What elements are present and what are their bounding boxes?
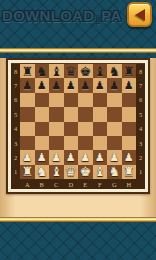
square-d2[interactable]: ♟	[64, 150, 79, 164]
black-king: ♚	[79, 65, 91, 78]
file-label-a: A	[20, 181, 35, 188]
rank-label-5: 5	[11, 107, 20, 121]
file-label-h: H	[122, 181, 137, 188]
download-arrow-icon: ↓	[94, 11, 101, 26]
square-f2[interactable]: ♟	[93, 150, 108, 164]
rank-label-3: 3	[11, 136, 20, 150]
square-h7[interactable]: ♟	[122, 78, 137, 92]
black-knight: ♞	[36, 65, 48, 78]
black-pawn: ♟	[51, 80, 61, 91]
white-rook: ♜	[21, 165, 33, 178]
download-text-partial: PA	[101, 7, 121, 24]
square-b1[interactable]: ♞	[35, 165, 50, 179]
white-knight: ♞	[108, 165, 120, 178]
rank-label-7: 7	[11, 78, 20, 92]
square-b6[interactable]	[35, 93, 50, 107]
black-pawn: ♟	[37, 80, 47, 91]
square-a4[interactable]	[20, 122, 35, 136]
white-pawn: ♟	[51, 152, 61, 163]
file-label-f: F	[93, 181, 108, 188]
black-pawn: ♟	[66, 80, 76, 91]
white-king: ♚	[79, 165, 91, 178]
square-e4[interactable]	[78, 122, 93, 136]
file-label-e: E	[78, 181, 93, 188]
download-banner: DOWNLOAD↓PA	[0, 0, 156, 48]
square-e5[interactable]	[78, 107, 93, 121]
square-a8[interactable]: ♜	[20, 64, 35, 78]
square-h4[interactable]	[122, 122, 137, 136]
rank-label-8: 8	[11, 64, 20, 78]
square-c1[interactable]: ♝	[49, 165, 64, 179]
square-g4[interactable]	[107, 122, 122, 136]
square-e1[interactable]: ♚	[78, 165, 93, 179]
white-pawn: ♟	[66, 152, 76, 163]
square-d1[interactable]: ♛	[64, 165, 79, 179]
square-g3[interactable]	[107, 136, 122, 150]
square-a6[interactable]	[20, 93, 35, 107]
square-g8[interactable]: ♞	[107, 64, 122, 78]
black-pawn: ♟	[109, 80, 119, 91]
file-label-g: G	[107, 181, 122, 188]
board-squares: ♜♞♝♛♚♝♞♜♟♟♟♟♟♟♟♟♟♟♟♟♟♟♟♟♜♞♝♛♚♝♞♜	[20, 64, 136, 179]
rank-label-4: 4	[11, 122, 20, 136]
white-pawn: ♟	[124, 152, 134, 163]
square-c3[interactable]	[49, 136, 64, 150]
black-rook: ♜	[21, 65, 33, 78]
square-f6[interactable]	[93, 93, 108, 107]
rank-label-1: 1	[11, 165, 20, 179]
black-queen: ♛	[65, 65, 77, 78]
black-knight: ♞	[108, 65, 120, 78]
square-b5[interactable]	[35, 107, 50, 121]
square-d7[interactable]: ♟	[64, 78, 79, 92]
square-d3[interactable]	[64, 136, 79, 150]
square-g2[interactable]: ♟	[107, 150, 122, 164]
square-b8[interactable]: ♞	[35, 64, 50, 78]
file-label-c: C	[49, 181, 64, 188]
square-a7[interactable]: ♟	[20, 78, 35, 92]
square-h5[interactable]	[122, 107, 137, 121]
rank-label-8: 8	[136, 64, 145, 78]
black-pawn: ♟	[22, 80, 32, 91]
square-c6[interactable]	[49, 93, 64, 107]
square-c7[interactable]: ♟	[49, 78, 64, 92]
black-pawn: ♟	[80, 80, 90, 91]
download-text: DOWNLOAD	[2, 7, 94, 24]
rank-label-6: 6	[136, 93, 145, 107]
square-f8[interactable]: ♝	[93, 64, 108, 78]
board-middle: 87654321 ♜♞♝♛♚♝♞♜♟♟♟♟♟♟♟♟♟♟♟♟♟♟♟♟♜♞♝♛♚♝♞…	[11, 63, 145, 179]
wooden-frame: 87654321 ♜♞♝♛♚♝♞♜♟♟♟♟♟♟♟♟♟♟♟♟♟♟♟♟♜♞♝♛♚♝♞…	[0, 58, 156, 217]
square-g6[interactable]	[107, 93, 122, 107]
rank-label-6: 6	[11, 93, 20, 107]
download-banner-text: DOWNLOAD↓PA	[2, 7, 122, 24]
black-pawn: ♟	[124, 80, 134, 91]
white-pawn: ♟	[37, 152, 47, 163]
square-f4[interactable]	[93, 122, 108, 136]
square-f3[interactable]	[93, 136, 108, 150]
back-arrow-icon	[135, 9, 145, 21]
square-b7[interactable]: ♟	[35, 78, 50, 92]
white-pawn: ♟	[95, 152, 105, 163]
square-e7[interactable]: ♟	[78, 78, 93, 92]
square-f7[interactable]: ♟	[93, 78, 108, 92]
app-screen: DOWNLOAD↓PA 87654321 ♜♞♝♛♚♝♞♜♟♟♟♟♟♟♟♟♟♟♟…	[0, 0, 156, 260]
white-queen: ♛	[65, 165, 77, 178]
rank-labels-right: 87654321	[136, 64, 145, 179]
black-bishop: ♝	[94, 65, 106, 78]
square-c2[interactable]: ♟	[49, 150, 64, 164]
rank-label-5: 5	[136, 107, 145, 121]
square-f1[interactable]: ♝	[93, 165, 108, 179]
white-pawn: ♟	[22, 152, 32, 163]
square-b3[interactable]	[35, 136, 50, 150]
square-d4[interactable]	[64, 122, 79, 136]
back-button[interactable]	[127, 2, 152, 27]
square-a2[interactable]: ♟	[20, 150, 35, 164]
white-pawn: ♟	[109, 152, 119, 163]
rank-label-4: 4	[136, 122, 145, 136]
rank-label-1: 1	[136, 165, 145, 179]
square-b4[interactable]	[35, 122, 50, 136]
rank-label-2: 2	[11, 150, 20, 164]
gold-trim-top	[0, 48, 156, 53]
white-rook: ♜	[123, 165, 135, 178]
white-bishop: ♝	[94, 165, 106, 178]
rank-labels-left: 87654321	[11, 64, 20, 179]
square-h1[interactable]: ♜	[122, 165, 137, 179]
black-bishop: ♝	[50, 65, 62, 78]
white-knight: ♞	[36, 165, 48, 178]
square-d5[interactable]	[64, 107, 79, 121]
square-h6[interactable]	[122, 93, 137, 107]
white-bishop: ♝	[50, 165, 62, 178]
square-c4[interactable]	[49, 122, 64, 136]
square-a3[interactable]	[20, 136, 35, 150]
square-c5[interactable]	[49, 107, 64, 121]
square-d6[interactable]	[64, 93, 79, 107]
square-e8[interactable]: ♚	[78, 64, 93, 78]
square-h8[interactable]: ♜	[122, 64, 137, 78]
square-a1[interactable]: ♜	[20, 165, 35, 179]
square-g1[interactable]: ♞	[107, 165, 122, 179]
square-h2[interactable]: ♟	[122, 150, 137, 164]
white-pawn: ♟	[80, 152, 90, 163]
chess-board: 87654321 ♜♞♝♛♚♝♞♜♟♟♟♟♟♟♟♟♟♟♟♟♟♟♟♟♜♞♝♛♚♝♞…	[6, 58, 150, 194]
square-e3[interactable]	[78, 136, 93, 150]
square-h3[interactable]	[122, 136, 137, 150]
square-b2[interactable]: ♟	[35, 150, 50, 164]
square-g5[interactable]	[107, 107, 122, 121]
file-label-d: D	[64, 181, 79, 188]
rank-label-2: 2	[136, 150, 145, 164]
rank-label-7: 7	[136, 78, 145, 92]
square-g7[interactable]: ♟	[107, 78, 122, 92]
square-e6[interactable]	[78, 93, 93, 107]
file-labels-bottom: ABCDEFGH	[11, 179, 145, 189]
footer-background	[0, 222, 156, 260]
square-e2[interactable]: ♟	[78, 150, 93, 164]
square-d8[interactable]: ♛	[64, 64, 79, 78]
black-rook: ♜	[123, 65, 135, 78]
square-f5[interactable]	[93, 107, 108, 121]
square-a5[interactable]	[20, 107, 35, 121]
rank-label-3: 3	[136, 136, 145, 150]
file-label-b: B	[35, 181, 50, 188]
black-pawn: ♟	[95, 80, 105, 91]
square-c8[interactable]: ♝	[49, 64, 64, 78]
